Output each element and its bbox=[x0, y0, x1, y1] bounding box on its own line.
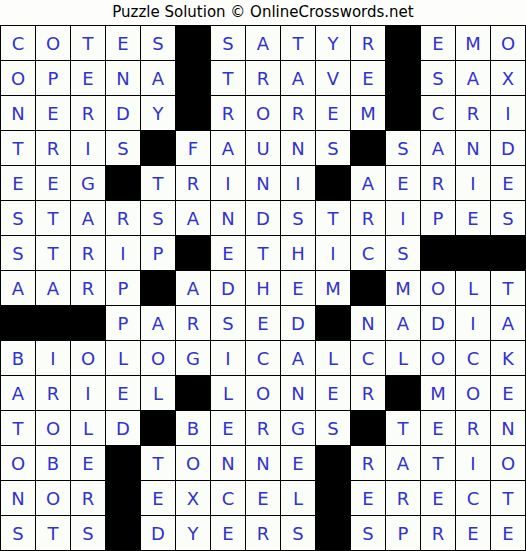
cell-r13c13[interactable]: T bbox=[421, 446, 455, 480]
cell-r3c9[interactable]: R bbox=[281, 96, 315, 130]
cell-r5c7[interactable]: I bbox=[211, 166, 245, 200]
cell-r7c5[interactable]: P bbox=[141, 236, 175, 270]
block-r14c10 bbox=[316, 481, 350, 515]
cell-r14c8[interactable]: E bbox=[246, 481, 280, 515]
cell-r7c9[interactable]: H bbox=[281, 236, 315, 270]
cell-r5c8[interactable]: N bbox=[246, 166, 280, 200]
cell-r8c2[interactable]: A bbox=[36, 271, 70, 305]
cell-r15c8[interactable]: R bbox=[246, 516, 280, 550]
cell-r3c2[interactable]: E bbox=[36, 96, 70, 130]
cell-r5c12[interactable]: E bbox=[386, 166, 420, 200]
cell-r14c5[interactable]: E bbox=[141, 481, 175, 515]
block-r13c4 bbox=[106, 446, 140, 480]
cell-r3c10[interactable]: E bbox=[316, 96, 350, 130]
cell-r11c2[interactable]: R bbox=[36, 376, 70, 410]
cell-r11c5[interactable]: L bbox=[141, 376, 175, 410]
cell-r4c4[interactable]: S bbox=[106, 131, 140, 165]
cell-r15c13[interactable]: R bbox=[421, 516, 455, 550]
cell-r10c5[interactable]: O bbox=[141, 341, 175, 375]
cell-r15c1[interactable]: S bbox=[1, 516, 35, 550]
cell-r10c3[interactable]: O bbox=[71, 341, 105, 375]
block-r3c6 bbox=[176, 96, 210, 130]
cell-r5c1[interactable]: E bbox=[1, 166, 35, 200]
cell-r12c10[interactable]: S bbox=[316, 411, 350, 445]
cell-r13c12[interactable]: A bbox=[386, 446, 420, 480]
block-r7c6 bbox=[176, 236, 210, 270]
cell-r12c1[interactable]: T bbox=[1, 411, 35, 445]
cell-r10c12[interactable]: L bbox=[386, 341, 420, 375]
cell-r11c3[interactable]: I bbox=[71, 376, 105, 410]
cell-r4c12[interactable]: S bbox=[386, 131, 420, 165]
cell-r4c9[interactable]: N bbox=[281, 131, 315, 165]
cell-r9c9[interactable]: D bbox=[281, 306, 315, 340]
cell-r10c10[interactable]: L bbox=[316, 341, 350, 375]
cell-r15c9[interactable]: S bbox=[281, 516, 315, 550]
cell-r6c4[interactable]: R bbox=[106, 201, 140, 235]
block-r2c12 bbox=[386, 61, 420, 95]
block-r7c14 bbox=[456, 236, 490, 270]
cell-r1c11[interactable]: R bbox=[351, 26, 385, 60]
cell-r12c2[interactable]: O bbox=[36, 411, 70, 445]
cell-r14c11[interactable]: E bbox=[351, 481, 385, 515]
cell-r15c2[interactable]: T bbox=[36, 516, 70, 550]
cell-r8c15[interactable]: T bbox=[491, 271, 525, 305]
cell-r14c9[interactable]: L bbox=[281, 481, 315, 515]
cell-r14c7[interactable]: C bbox=[211, 481, 245, 515]
cell-r11c10[interactable]: E bbox=[316, 376, 350, 410]
cell-r1c7[interactable]: S bbox=[211, 26, 245, 60]
cell-r12c9[interactable]: G bbox=[281, 411, 315, 445]
cell-r13c8[interactable]: N bbox=[246, 446, 280, 480]
cell-r14c14[interactable]: C bbox=[456, 481, 490, 515]
cell-r13c2[interactable]: B bbox=[36, 446, 70, 480]
cell-r13c3[interactable]: E bbox=[71, 446, 105, 480]
block-r9c2 bbox=[36, 306, 70, 340]
cell-r3c5[interactable]: Y bbox=[141, 96, 175, 130]
block-r5c10 bbox=[316, 166, 350, 200]
cell-r2c14[interactable]: A bbox=[456, 61, 490, 95]
cell-r11c11[interactable]: R bbox=[351, 376, 385, 410]
cell-r8c1[interactable]: A bbox=[1, 271, 35, 305]
cell-r6c14[interactable]: E bbox=[456, 201, 490, 235]
cell-r6c9[interactable]: S bbox=[281, 201, 315, 235]
cell-r5c9[interactable]: I bbox=[281, 166, 315, 200]
cell-r8c10[interactable]: M bbox=[316, 271, 350, 305]
block-r12c5 bbox=[141, 411, 175, 445]
cell-r11c1[interactable]: A bbox=[1, 376, 35, 410]
cell-r4c2[interactable]: R bbox=[36, 131, 70, 165]
block-r4c5 bbox=[141, 131, 175, 165]
cell-r9c7[interactable]: S bbox=[211, 306, 245, 340]
block-r15c10 bbox=[316, 516, 350, 550]
cell-r8c14[interactable]: L bbox=[456, 271, 490, 305]
cell-r15c12[interactable]: P bbox=[386, 516, 420, 550]
cell-r8c6[interactable]: A bbox=[176, 271, 210, 305]
cell-r15c7[interactable]: E bbox=[211, 516, 245, 550]
block-r14c4 bbox=[106, 481, 140, 515]
cell-r9c5[interactable]: A bbox=[141, 306, 175, 340]
cell-r14c6[interactable]: X bbox=[176, 481, 210, 515]
cell-r11c7[interactable]: L bbox=[211, 376, 245, 410]
cell-r9c4[interactable]: P bbox=[106, 306, 140, 340]
cell-r10c13[interactable]: O bbox=[421, 341, 455, 375]
block-r12c11 bbox=[351, 411, 385, 445]
cell-r4c10[interactable]: S bbox=[316, 131, 350, 165]
cell-r4c8[interactable]: U bbox=[246, 131, 280, 165]
cell-r13c6[interactable]: O bbox=[176, 446, 210, 480]
cell-r7c3[interactable]: R bbox=[71, 236, 105, 270]
cell-r13c14[interactable]: I bbox=[456, 446, 490, 480]
cell-r12c6[interactable]: B bbox=[176, 411, 210, 445]
cell-r12c15[interactable]: N bbox=[491, 411, 525, 445]
cell-r1c15[interactable]: O bbox=[491, 26, 525, 60]
cell-r2c1[interactable]: O bbox=[1, 61, 35, 95]
cell-r15c11[interactable]: S bbox=[351, 516, 385, 550]
cell-r1c5[interactable]: S bbox=[141, 26, 175, 60]
block-r1c6 bbox=[176, 26, 210, 60]
cell-r1c1[interactable]: C bbox=[1, 26, 35, 60]
cell-r9c14[interactable]: I bbox=[456, 306, 490, 340]
cell-r6c15[interactable]: S bbox=[491, 201, 525, 235]
cell-r14c13[interactable]: E bbox=[421, 481, 455, 515]
cell-r6c2[interactable]: T bbox=[36, 201, 70, 235]
cell-r8c4[interactable]: P bbox=[106, 271, 140, 305]
cell-r4c13[interactable]: A bbox=[421, 131, 455, 165]
cell-r15c14[interactable]: E bbox=[456, 516, 490, 550]
cell-r7c7[interactable]: E bbox=[211, 236, 245, 270]
cell-r5c13[interactable]: R bbox=[421, 166, 455, 200]
cell-r6c5[interactable]: S bbox=[141, 201, 175, 235]
cell-r7c4[interactable]: I bbox=[106, 236, 140, 270]
block-r9c10 bbox=[316, 306, 350, 340]
cell-r1c2[interactable]: O bbox=[36, 26, 70, 60]
cell-r13c5[interactable]: T bbox=[141, 446, 175, 480]
cell-r11c14[interactable]: O bbox=[456, 376, 490, 410]
cell-r3c13[interactable]: C bbox=[421, 96, 455, 130]
cell-r1c14[interactable]: M bbox=[456, 26, 490, 60]
cell-r12c8[interactable]: R bbox=[246, 411, 280, 445]
cell-r2c9[interactable]: A bbox=[281, 61, 315, 95]
cell-r6c10[interactable]: T bbox=[316, 201, 350, 235]
cell-r8c7[interactable]: D bbox=[211, 271, 245, 305]
cell-r6c3[interactable]: A bbox=[71, 201, 105, 235]
cell-r10c1[interactable]: B bbox=[1, 341, 35, 375]
cell-r5c5[interactable]: T bbox=[141, 166, 175, 200]
cell-r12c7[interactable]: E bbox=[211, 411, 245, 445]
cell-r1c8[interactable]: A bbox=[246, 26, 280, 60]
cell-r2c10[interactable]: V bbox=[316, 61, 350, 95]
cell-r2c5[interactable]: A bbox=[141, 61, 175, 95]
cell-r11c4[interactable]: E bbox=[106, 376, 140, 410]
cell-r5c2[interactable]: E bbox=[36, 166, 70, 200]
cell-r10c15[interactable]: K bbox=[491, 341, 525, 375]
cell-r3c3[interactable]: R bbox=[71, 96, 105, 130]
block-r7c15 bbox=[491, 236, 525, 270]
cell-r7c10[interactable]: I bbox=[316, 236, 350, 270]
cell-r11c13[interactable]: M bbox=[421, 376, 455, 410]
block-r13c10 bbox=[316, 446, 350, 480]
cell-r8c9[interactable]: E bbox=[281, 271, 315, 305]
cell-r3c7[interactable]: R bbox=[211, 96, 245, 130]
cell-r2c7[interactable]: T bbox=[211, 61, 245, 95]
cell-r13c7[interactable]: N bbox=[211, 446, 245, 480]
cell-r3c11[interactable]: M bbox=[351, 96, 385, 130]
block-r5c4 bbox=[106, 166, 140, 200]
cell-r6c7[interactable]: N bbox=[211, 201, 245, 235]
cell-r10c8[interactable]: C bbox=[246, 341, 280, 375]
cell-r4c14[interactable]: N bbox=[456, 131, 490, 165]
cell-r8c13[interactable]: O bbox=[421, 271, 455, 305]
cell-r4c7[interactable]: A bbox=[211, 131, 245, 165]
cell-r13c1[interactable]: O bbox=[1, 446, 35, 480]
cell-r13c11[interactable]: R bbox=[351, 446, 385, 480]
cell-r2c2[interactable]: P bbox=[36, 61, 70, 95]
cell-r7c2[interactable]: T bbox=[36, 236, 70, 270]
cell-r3c4[interactable]: D bbox=[106, 96, 140, 130]
block-r2c6 bbox=[176, 61, 210, 95]
cell-r2c8[interactable]: R bbox=[246, 61, 280, 95]
cell-r4c15[interactable]: D bbox=[491, 131, 525, 165]
cell-r14c3[interactable]: R bbox=[71, 481, 105, 515]
cell-r6c8[interactable]: D bbox=[246, 201, 280, 235]
cell-r9c8[interactable]: E bbox=[246, 306, 280, 340]
cell-r3c14[interactable]: R bbox=[456, 96, 490, 130]
cell-r10c2[interactable]: I bbox=[36, 341, 70, 375]
cell-r14c15[interactable]: T bbox=[491, 481, 525, 515]
block-r8c11 bbox=[351, 271, 385, 305]
cell-r12c3[interactable]: L bbox=[71, 411, 105, 445]
cell-r3c15[interactable]: I bbox=[491, 96, 525, 130]
cell-r2c4[interactable]: N bbox=[106, 61, 140, 95]
block-r3c12 bbox=[386, 96, 420, 130]
cell-r15c3[interactable]: S bbox=[71, 516, 105, 550]
cell-r12c4[interactable]: D bbox=[106, 411, 140, 445]
cell-r9c13[interactable]: D bbox=[421, 306, 455, 340]
cell-r7c11[interactable]: C bbox=[351, 236, 385, 270]
cell-r2c13[interactable]: S bbox=[421, 61, 455, 95]
crossword-grid: COTESSATYREMOOPENATRAVESAXNERDYROREMCRIT… bbox=[0, 25, 526, 551]
cell-r15c5[interactable]: D bbox=[141, 516, 175, 550]
cell-r8c3[interactable]: R bbox=[71, 271, 105, 305]
cell-r12c12[interactable]: T bbox=[386, 411, 420, 445]
cell-r2c15[interactable]: X bbox=[491, 61, 525, 95]
cell-r11c15[interactable]: E bbox=[491, 376, 525, 410]
block-r7c13 bbox=[421, 236, 455, 270]
cell-r3c8[interactable]: O bbox=[246, 96, 280, 130]
cell-r14c2[interactable]: O bbox=[36, 481, 70, 515]
cell-r10c9[interactable]: A bbox=[281, 341, 315, 375]
cell-r15c6[interactable]: Y bbox=[176, 516, 210, 550]
cell-r8c12[interactable]: M bbox=[386, 271, 420, 305]
cell-r1c4[interactable]: E bbox=[106, 26, 140, 60]
cell-r10c4[interactable]: L bbox=[106, 341, 140, 375]
cell-r9c6[interactable]: R bbox=[176, 306, 210, 340]
cell-r14c1[interactable]: N bbox=[1, 481, 35, 515]
cell-r5c6[interactable]: R bbox=[176, 166, 210, 200]
cell-r1c13[interactable]: E bbox=[421, 26, 455, 60]
cell-r4c3[interactable]: I bbox=[71, 131, 105, 165]
cell-r10c6[interactable]: G bbox=[176, 341, 210, 375]
cell-r15c15[interactable]: E bbox=[491, 516, 525, 550]
block-r9c1 bbox=[1, 306, 35, 340]
cell-r11c8[interactable]: O bbox=[246, 376, 280, 410]
block-r4c11 bbox=[351, 131, 385, 165]
cell-r6c6[interactable]: A bbox=[176, 201, 210, 235]
cell-r14c12[interactable]: R bbox=[386, 481, 420, 515]
cell-r12c14[interactable]: R bbox=[456, 411, 490, 445]
block-r11c6 bbox=[176, 376, 210, 410]
block-r15c4 bbox=[106, 516, 140, 550]
cell-r6c11[interactable]: R bbox=[351, 201, 385, 235]
page-title: Puzzle Solution © OnlineCrosswords.net bbox=[0, 0, 526, 25]
cell-r1c9[interactable]: T bbox=[281, 26, 315, 60]
cell-r5c14[interactable]: I bbox=[456, 166, 490, 200]
cell-r6c12[interactable]: I bbox=[386, 201, 420, 235]
cell-r6c1[interactable]: S bbox=[1, 201, 35, 235]
cell-r13c15[interactable]: O bbox=[491, 446, 525, 480]
cell-r4c6[interactable]: F bbox=[176, 131, 210, 165]
cell-r7c8[interactable]: T bbox=[246, 236, 280, 270]
cell-r12c13[interactable]: E bbox=[421, 411, 455, 445]
cell-r10c14[interactable]: C bbox=[456, 341, 490, 375]
cell-r5c11[interactable]: A bbox=[351, 166, 385, 200]
cell-r4c1[interactable]: T bbox=[1, 131, 35, 165]
block-r9c3 bbox=[71, 306, 105, 340]
cell-r6c13[interactable]: P bbox=[421, 201, 455, 235]
cell-r10c7[interactable]: I bbox=[211, 341, 245, 375]
cell-r9c11[interactable]: N bbox=[351, 306, 385, 340]
cell-r7c1[interactable]: S bbox=[1, 236, 35, 270]
cell-r1c3[interactable]: T bbox=[71, 26, 105, 60]
block-r11c12 bbox=[386, 376, 420, 410]
cell-r9c12[interactable]: A bbox=[386, 306, 420, 340]
cell-r2c3[interactable]: E bbox=[71, 61, 105, 95]
cell-r8c8[interactable]: H bbox=[246, 271, 280, 305]
cell-r1c10[interactable]: Y bbox=[316, 26, 350, 60]
cell-r13c9[interactable]: E bbox=[281, 446, 315, 480]
block-r1c12 bbox=[386, 26, 420, 60]
cell-r10c11[interactable]: C bbox=[351, 341, 385, 375]
cell-r5c3[interactable]: G bbox=[71, 166, 105, 200]
cell-r5c15[interactable]: E bbox=[491, 166, 525, 200]
cell-r11c9[interactable]: N bbox=[281, 376, 315, 410]
block-r8c5 bbox=[141, 271, 175, 305]
cell-r3c1[interactable]: N bbox=[1, 96, 35, 130]
cell-r7c12[interactable]: S bbox=[386, 236, 420, 270]
cell-r9c15[interactable]: A bbox=[491, 306, 525, 340]
cell-r2c11[interactable]: E bbox=[351, 61, 385, 95]
